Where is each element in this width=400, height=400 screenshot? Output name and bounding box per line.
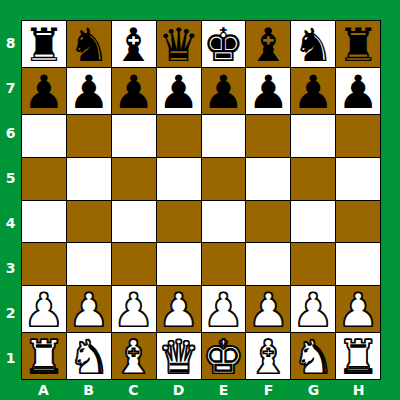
white-pawn-piece[interactable]: ♟	[293, 287, 334, 333]
square-h3[interactable]	[336, 243, 380, 285]
square-e5[interactable]	[202, 158, 246, 200]
square-e7[interactable]: ♟	[202, 68, 246, 114]
white-king-piece[interactable]: ♚	[203, 334, 244, 380]
square-c6[interactable]	[112, 115, 156, 157]
square-c2[interactable]: ♟	[112, 286, 156, 332]
black-pawn-piece[interactable]: ♟	[337, 69, 378, 115]
rank-label-1: 1	[0, 335, 21, 380]
square-a7[interactable]: ♟	[22, 68, 66, 114]
white-rook-piece[interactable]: ♜	[337, 334, 378, 380]
square-c4[interactable]	[112, 201, 156, 243]
file-label-b: B	[66, 380, 111, 400]
square-d8[interactable]: ♛	[157, 21, 201, 67]
square-g3[interactable]	[291, 243, 335, 285]
square-f7[interactable]: ♟	[246, 68, 290, 114]
chess-app-window: ♜♞♝♛♚♝♞♜♟♟♟♟♟♟♟♟♟♟♟♟♟♟♟♟♜♞♝♛♚♝♞♜ 8765432…	[0, 0, 400, 400]
square-f3[interactable]	[246, 243, 290, 285]
white-pawn-piece[interactable]: ♟	[158, 287, 199, 333]
square-e1[interactable]: ♚	[202, 333, 246, 379]
white-queen-piece[interactable]: ♛	[158, 334, 199, 380]
rank-label-3: 3	[0, 245, 21, 290]
square-b6[interactable]	[67, 115, 111, 157]
square-b2[interactable]: ♟	[67, 286, 111, 332]
square-b3[interactable]	[67, 243, 111, 285]
square-g5[interactable]	[291, 158, 335, 200]
square-g6[interactable]	[291, 115, 335, 157]
black-king-piece[interactable]: ♚	[203, 22, 244, 68]
white-pawn-piece[interactable]: ♟	[248, 287, 289, 333]
white-knight-piece[interactable]: ♞	[293, 334, 334, 380]
white-rook-piece[interactable]: ♜	[23, 334, 64, 380]
rank-labels: 87654321	[0, 20, 21, 380]
square-a1[interactable]: ♜	[22, 333, 66, 379]
square-h1[interactable]: ♜	[336, 333, 380, 379]
file-label-h: H	[336, 380, 381, 400]
black-pawn-piece[interactable]: ♟	[293, 69, 334, 115]
white-pawn-piece[interactable]: ♟	[68, 287, 109, 333]
square-b1[interactable]: ♞	[67, 333, 111, 379]
black-queen-piece[interactable]: ♛	[158, 22, 199, 68]
black-bishop-piece[interactable]: ♝	[248, 22, 289, 68]
file-label-e: E	[201, 380, 246, 400]
file-label-f: F	[246, 380, 291, 400]
square-d2[interactable]: ♟	[157, 286, 201, 332]
white-bishop-piece[interactable]: ♝	[248, 334, 289, 380]
black-pawn-piece[interactable]: ♟	[158, 69, 199, 115]
rank-label-2: 2	[0, 290, 21, 335]
rank-label-7: 7	[0, 65, 21, 110]
square-f5[interactable]	[246, 158, 290, 200]
rank-label-5: 5	[0, 155, 21, 200]
square-a8[interactable]: ♜	[22, 21, 66, 67]
file-label-g: G	[291, 380, 336, 400]
square-f6[interactable]	[246, 115, 290, 157]
square-e6[interactable]	[202, 115, 246, 157]
black-knight-piece[interactable]: ♞	[68, 22, 109, 68]
square-d1[interactable]: ♛	[157, 333, 201, 379]
square-h7[interactable]: ♟	[336, 68, 380, 114]
file-label-a: A	[21, 380, 66, 400]
square-c1[interactable]: ♝	[112, 333, 156, 379]
square-f2[interactable]: ♟	[246, 286, 290, 332]
rank-label-4: 4	[0, 200, 21, 245]
square-c8[interactable]: ♝	[112, 21, 156, 67]
square-c7[interactable]: ♟	[112, 68, 156, 114]
square-f8[interactable]: ♝	[246, 21, 290, 67]
square-g2[interactable]: ♟	[291, 286, 335, 332]
white-bishop-piece[interactable]: ♝	[113, 334, 154, 380]
square-g7[interactable]: ♟	[291, 68, 335, 114]
square-d5[interactable]	[157, 158, 201, 200]
chess-board: ♜♞♝♛♚♝♞♜♟♟♟♟♟♟♟♟♟♟♟♟♟♟♟♟♜♞♝♛♚♝♞♜	[21, 20, 381, 380]
black-rook-piece[interactable]: ♜	[23, 22, 64, 68]
black-rook-piece[interactable]: ♜	[337, 22, 378, 68]
black-pawn-piece[interactable]: ♟	[248, 69, 289, 115]
square-h5[interactable]	[336, 158, 380, 200]
square-d3[interactable]	[157, 243, 201, 285]
square-d7[interactable]: ♟	[157, 68, 201, 114]
square-a5[interactable]	[22, 158, 66, 200]
square-g8[interactable]: ♞	[291, 21, 335, 67]
white-pawn-piece[interactable]: ♟	[113, 287, 154, 333]
square-f1[interactable]: ♝	[246, 333, 290, 379]
black-pawn-piece[interactable]: ♟	[68, 69, 109, 115]
black-knight-piece[interactable]: ♞	[293, 22, 334, 68]
rank-label-6: 6	[0, 110, 21, 155]
square-d4[interactable]	[157, 201, 201, 243]
square-h2[interactable]: ♟	[336, 286, 380, 332]
square-b5[interactable]	[67, 158, 111, 200]
file-labels: ABCDEFGH	[21, 380, 381, 400]
square-g1[interactable]: ♞	[291, 333, 335, 379]
square-h6[interactable]	[336, 115, 380, 157]
square-e3[interactable]	[202, 243, 246, 285]
black-pawn-piece[interactable]: ♟	[203, 69, 244, 115]
square-a4[interactable]	[22, 201, 66, 243]
square-g4[interactable]	[291, 201, 335, 243]
square-d6[interactable]	[157, 115, 201, 157]
square-b8[interactable]: ♞	[67, 21, 111, 67]
square-h4[interactable]	[336, 201, 380, 243]
square-a6[interactable]	[22, 115, 66, 157]
square-f4[interactable]	[246, 201, 290, 243]
file-label-c: C	[111, 380, 156, 400]
white-knight-piece[interactable]: ♞	[68, 334, 109, 380]
square-e4[interactable]	[202, 201, 246, 243]
square-a2[interactable]: ♟	[22, 286, 66, 332]
black-pawn-piece[interactable]: ♟	[23, 69, 64, 115]
square-h8[interactable]: ♜	[336, 21, 380, 67]
square-b4[interactable]	[67, 201, 111, 243]
square-e2[interactable]: ♟	[202, 286, 246, 332]
square-a3[interactable]	[22, 243, 66, 285]
black-bishop-piece[interactable]: ♝	[113, 22, 154, 68]
black-pawn-piece[interactable]: ♟	[113, 69, 154, 115]
square-c5[interactable]	[112, 158, 156, 200]
square-e8[interactable]: ♚	[202, 21, 246, 67]
white-pawn-piece[interactable]: ♟	[23, 287, 64, 333]
white-pawn-piece[interactable]: ♟	[203, 287, 244, 333]
square-c3[interactable]	[112, 243, 156, 285]
file-label-d: D	[156, 380, 201, 400]
rank-label-8: 8	[0, 20, 21, 65]
square-b7[interactable]: ♟	[67, 68, 111, 114]
white-pawn-piece[interactable]: ♟	[337, 287, 378, 333]
